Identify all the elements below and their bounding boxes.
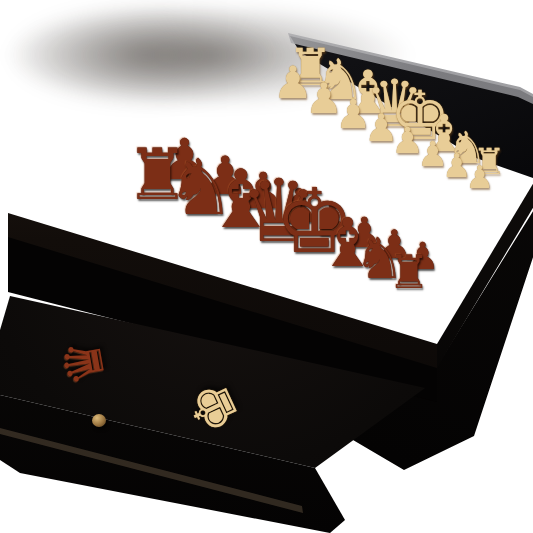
square-d1 xyxy=(376,116,415,142)
drawer-knob xyxy=(92,414,106,427)
dark-rook: ♜ xyxy=(122,139,193,210)
square-b3 xyxy=(283,114,332,143)
square-d3 xyxy=(346,143,389,171)
square-e7 xyxy=(308,221,358,252)
square-a6 xyxy=(179,145,242,179)
square-g7 xyxy=(373,244,417,274)
square-f7 xyxy=(342,233,389,264)
square-e2 xyxy=(389,142,427,168)
dark-pawn: ♟ xyxy=(199,150,252,203)
square-h3 xyxy=(453,191,486,216)
light-pawn: ♟ xyxy=(362,109,400,147)
light-pawn: ♟ xyxy=(440,150,473,183)
square-e5 xyxy=(344,186,389,215)
dark-pawn: ♟ xyxy=(238,167,288,217)
square-b8 xyxy=(168,199,235,235)
square-e1 xyxy=(402,129,438,154)
square-f5 xyxy=(374,198,416,226)
square-h2 xyxy=(464,177,496,201)
square-h1 xyxy=(474,164,505,188)
dark-bishop: ♝ xyxy=(201,160,281,240)
dark-pawn: ♟ xyxy=(404,238,441,275)
square-g4 xyxy=(416,194,453,221)
light-pawn: ♟ xyxy=(415,137,450,172)
light-pawn: ♟ xyxy=(464,162,495,193)
square-f6 xyxy=(359,215,403,244)
square-a8 xyxy=(122,183,195,220)
square-a7 xyxy=(152,163,220,198)
square-e6 xyxy=(327,203,374,233)
square-b7 xyxy=(195,179,258,213)
square-h6 xyxy=(417,238,456,266)
square-d4 xyxy=(330,157,375,186)
square-d8 xyxy=(251,227,308,261)
square-g8 xyxy=(357,263,403,294)
dark-pawn: ♟ xyxy=(344,212,386,254)
square-d7 xyxy=(273,208,327,240)
square-c3 xyxy=(315,129,361,157)
ground-shadow xyxy=(0,0,290,110)
square-h7 xyxy=(403,255,444,284)
dark-pawn: ♟ xyxy=(276,183,323,230)
square-f2 xyxy=(415,154,451,180)
square-e4 xyxy=(360,170,402,198)
square-g2 xyxy=(440,166,474,191)
dark-queen: ♛ xyxy=(236,168,323,255)
square-a4 xyxy=(227,113,283,144)
square-d2 xyxy=(361,129,402,156)
dark-rook: ♜ xyxy=(386,249,432,295)
square-a5 xyxy=(204,129,263,161)
dark-knight: ♞ xyxy=(162,149,239,226)
square-c4 xyxy=(298,143,347,172)
square-c6 xyxy=(257,176,312,208)
square-b4 xyxy=(264,129,316,159)
square-b5 xyxy=(242,144,297,175)
chess-box-scene: ♜♞♝♛♚♝♞♜♟♟♟♟♟♟♟♟♟♟♟♟♟♟♟♟♜♞♝♛♚♝♞♜ ♛ ♚ xyxy=(0,0,533,533)
square-b6 xyxy=(219,161,278,194)
dark-pawn: ♟ xyxy=(156,132,212,188)
square-d6 xyxy=(293,190,344,221)
square-f3 xyxy=(402,168,440,194)
dark-king: ♚ xyxy=(270,178,359,267)
square-f4 xyxy=(389,183,429,210)
square-e8 xyxy=(288,240,341,273)
square-c7 xyxy=(235,194,293,227)
square-h8 xyxy=(388,274,431,304)
dark-knight: ♞ xyxy=(351,230,408,287)
dark-bishop: ♝ xyxy=(314,210,381,277)
square-g6 xyxy=(388,227,429,256)
light-pawn: ♟ xyxy=(389,123,425,159)
square-f8 xyxy=(324,252,374,284)
square-c8 xyxy=(211,213,273,248)
square-g5 xyxy=(403,210,442,238)
square-h4 xyxy=(442,206,477,232)
square-h5 xyxy=(430,221,467,248)
dark-pawn: ♟ xyxy=(311,198,355,242)
drawer-spare-piece-dark: ♛ xyxy=(54,330,119,395)
square-e3 xyxy=(375,156,415,183)
square-d5 xyxy=(312,173,360,203)
brass-hinge-dot xyxy=(402,82,407,86)
square-c5 xyxy=(278,159,329,190)
square-g3 xyxy=(428,180,464,206)
dark-pawn: ♟ xyxy=(375,225,414,264)
square-c2 xyxy=(332,115,375,142)
